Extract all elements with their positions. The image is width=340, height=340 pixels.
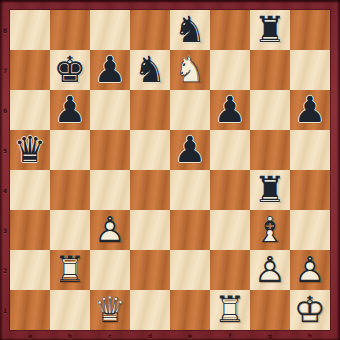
white-knight-e7[interactable]: ♞♘ [170,50,210,90]
white-pawn-c3[interactable]: ♟♙ [90,210,130,250]
black-queen-a5[interactable]: ♛ [10,130,50,170]
rank-label-2: 2 [0,250,10,290]
rank-label-5: 5 [0,130,10,170]
square-g2[interactable]: ♟♙ [250,250,290,290]
square-g8[interactable]: ♜ [250,10,290,50]
square-e2[interactable] [170,250,210,290]
square-f8[interactable] [210,10,250,50]
white-king-h1[interactable]: ♚♔ [290,290,330,330]
square-h4[interactable] [290,170,330,210]
file-label-b: b [50,330,90,340]
square-e8[interactable]: ♞ [170,10,210,50]
black-pawn-c7[interactable]: ♟ [90,50,130,90]
piece-outline: ♔ [290,290,330,330]
square-c4[interactable] [90,170,130,210]
black-rook-g8[interactable]: ♜ [250,10,290,50]
rank-label-8: 8 [0,10,10,50]
rank-label-1: 1 [0,290,10,330]
file-label-e: e [170,330,210,340]
piece-outline: ♙ [290,250,330,290]
square-e4[interactable] [170,170,210,210]
piece-outline: ♘ [170,50,210,90]
chess-board: ♞♜♚♟♞♞♘♟♟♟♛♟♜♟♙♝♗♜♖♟♙♟♙♛♕♜♖♚♔ [10,10,330,330]
square-b6[interactable]: ♟ [50,90,90,130]
square-e3[interactable] [170,210,210,250]
rank-label-6: 6 [0,90,10,130]
square-c7[interactable]: ♟ [90,50,130,90]
piece-outline: ♙ [90,210,130,250]
piece-outline: ♙ [250,250,290,290]
white-queen-c1[interactable]: ♛♕ [90,290,130,330]
square-b7[interactable]: ♚ [50,50,90,90]
square-d4[interactable] [130,170,170,210]
file-label-c: c [90,330,130,340]
white-bishop-g3[interactable]: ♝♗ [250,210,290,250]
square-c2[interactable] [90,250,130,290]
square-c3[interactable]: ♟♙ [90,210,130,250]
square-h3[interactable] [290,210,330,250]
square-a8[interactable] [10,10,50,50]
square-g7[interactable] [250,50,290,90]
square-h6[interactable]: ♟ [290,90,330,130]
square-e7[interactable]: ♞♘ [170,50,210,90]
square-e6[interactable] [170,90,210,130]
square-d7[interactable]: ♞ [130,50,170,90]
square-g5[interactable] [250,130,290,170]
square-h1[interactable]: ♚♔ [290,290,330,330]
black-king-b7[interactable]: ♚ [50,50,90,90]
square-a3[interactable] [10,210,50,250]
square-h2[interactable]: ♟♙ [290,250,330,290]
rank-label-4: 4 [0,170,10,210]
square-g1[interactable] [250,290,290,330]
square-d2[interactable] [130,250,170,290]
black-knight-d7[interactable]: ♞ [130,50,170,90]
square-d1[interactable] [130,290,170,330]
square-d5[interactable] [130,130,170,170]
square-a4[interactable] [10,170,50,210]
square-f7[interactable] [210,50,250,90]
piece-outline: ♕ [90,290,130,330]
square-b8[interactable] [50,10,90,50]
chess-board-frame: ♞♜♚♟♞♞♘♟♟♟♛♟♜♟♙♝♗♜♖♟♙♟♙♛♕♜♖♚♔ 87654321 a… [0,0,340,340]
square-a7[interactable] [10,50,50,90]
white-rook-b2[interactable]: ♜♖ [50,250,90,290]
square-f1[interactable]: ♜♖ [210,290,250,330]
file-label-d: d [130,330,170,340]
black-knight-e8[interactable]: ♞ [170,10,210,50]
black-pawn-h6[interactable]: ♟ [290,90,330,130]
square-f2[interactable] [210,250,250,290]
rank-label-7: 7 [0,50,10,90]
piece-outline: ♗ [250,210,290,250]
square-b1[interactable] [50,290,90,330]
black-rook-g4[interactable]: ♜ [250,170,290,210]
square-e1[interactable] [170,290,210,330]
square-a1[interactable] [10,290,50,330]
square-b3[interactable] [50,210,90,250]
square-g6[interactable] [250,90,290,130]
square-d3[interactable] [130,210,170,250]
square-a6[interactable] [10,90,50,130]
square-d6[interactable] [130,90,170,130]
square-g4[interactable]: ♜ [250,170,290,210]
square-c6[interactable] [90,90,130,130]
square-c8[interactable] [90,10,130,50]
black-pawn-b6[interactable]: ♟ [50,90,90,130]
piece-outline: ♖ [210,290,250,330]
square-h5[interactable] [290,130,330,170]
white-rook-f1[interactable]: ♜♖ [210,290,250,330]
square-d8[interactable] [130,10,170,50]
square-b5[interactable] [50,130,90,170]
square-a2[interactable] [10,250,50,290]
white-pawn-h2[interactable]: ♟♙ [290,250,330,290]
black-pawn-e5[interactable]: ♟ [170,130,210,170]
square-a5[interactable]: ♛ [10,130,50,170]
square-c1[interactable]: ♛♕ [90,290,130,330]
square-g3[interactable]: ♝♗ [250,210,290,250]
piece-outline: ♖ [50,250,90,290]
file-label-h: h [290,330,330,340]
square-c5[interactable] [90,130,130,170]
square-f3[interactable] [210,210,250,250]
file-label-g: g [250,330,290,340]
file-label-a: a [10,330,50,340]
black-pawn-f6[interactable]: ♟ [210,90,250,130]
square-b2[interactable]: ♜♖ [50,250,90,290]
square-f4[interactable] [210,170,250,210]
square-f5[interactable] [210,130,250,170]
white-pawn-g2[interactable]: ♟♙ [250,250,290,290]
square-h7[interactable] [290,50,330,90]
square-b4[interactable] [50,170,90,210]
square-h8[interactable] [290,10,330,50]
square-f6[interactable]: ♟ [210,90,250,130]
rank-label-3: 3 [0,210,10,250]
square-e5[interactable]: ♟ [170,130,210,170]
file-label-f: f [210,330,250,340]
